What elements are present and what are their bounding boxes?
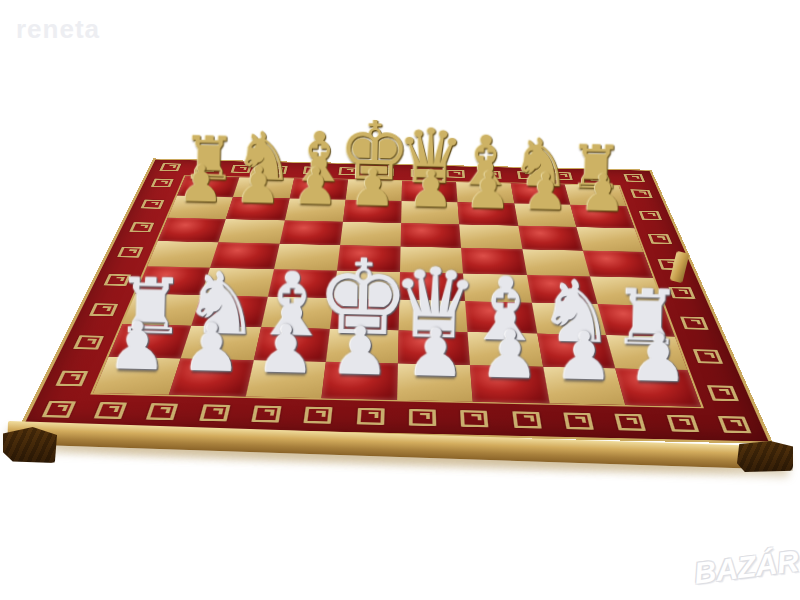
square[interactable]: ♟ — [514, 204, 576, 227]
square[interactable] — [158, 218, 226, 243]
square[interactable]: ♟ — [284, 199, 345, 222]
piece-silver-pawn[interactable]: ♟ — [107, 313, 168, 380]
square[interactable]: ♟ — [458, 202, 518, 225]
square[interactable]: ♟ — [93, 357, 181, 395]
square[interactable]: ♟ — [343, 200, 402, 223]
square[interactable]: ♟ — [168, 196, 233, 219]
square[interactable]: ♟ — [615, 368, 701, 407]
meander-motif — [41, 401, 76, 418]
meander-motif — [159, 163, 181, 171]
meander-motif — [304, 407, 333, 424]
meander-motif — [199, 404, 230, 421]
board-foot-right — [737, 441, 793, 472]
meander-motif — [693, 349, 723, 364]
piece-silver-pawn[interactable]: ♟ — [629, 325, 690, 392]
meander-motif — [117, 247, 143, 258]
square[interactable]: ♟ — [245, 360, 325, 398]
bazar-watermark: BAZÁR — [692, 543, 800, 590]
meander-motif — [718, 416, 752, 433]
meander-motif — [446, 170, 465, 178]
meander-motif — [615, 414, 647, 431]
square[interactable]: ♟ — [401, 201, 459, 224]
meander-motif — [129, 222, 154, 232]
piece-silver-pawn[interactable]: ♟ — [405, 320, 466, 387]
meander-motif — [512, 411, 541, 428]
meander-motif — [251, 405, 281, 422]
meander-motif — [146, 403, 178, 420]
square[interactable] — [219, 219, 285, 244]
square[interactable] — [518, 226, 583, 251]
square[interactable] — [576, 227, 643, 252]
board-foot-left — [3, 427, 57, 463]
meander-motif — [588, 173, 609, 181]
meander-motif — [482, 170, 502, 178]
square[interactable]: ♟ — [169, 358, 253, 396]
meander-motif — [639, 211, 663, 220]
meander-motif — [303, 166, 323, 174]
piece-silver-pawn[interactable]: ♟ — [331, 318, 392, 385]
square[interactable]: ♟ — [226, 197, 289, 220]
piece-silver-pawn[interactable]: ♟ — [480, 321, 541, 388]
meander-motif — [73, 335, 104, 349]
board-grid: ♜♞♝♚♛♝♞♜♟♟♟♟♟♟♟♟♜♞♝♚♛♝♞♜♟♟♟♟♟♟♟♟ — [93, 176, 701, 407]
meander-motif — [55, 371, 88, 387]
reneta-watermark: reneta — [16, 14, 100, 45]
square[interactable] — [459, 224, 522, 249]
meander-motif — [151, 179, 174, 188]
meander-motif — [623, 174, 645, 182]
square[interactable]: ♟ — [397, 363, 473, 401]
meander-motif — [630, 189, 653, 198]
meander-motif — [339, 167, 359, 175]
piece-silver-pawn[interactable]: ♟ — [554, 323, 615, 390]
meander-motif — [94, 402, 127, 419]
meander-motif — [195, 164, 217, 172]
meander-motif — [267, 166, 288, 174]
meander-motif — [563, 412, 594, 429]
meander-motif — [140, 200, 164, 209]
meander-motif — [666, 415, 699, 432]
square[interactable]: ♟ — [570, 205, 634, 228]
meander-motif — [648, 234, 673, 244]
chess-board: ♜♞♝♚♛♝♞♜♟♟♟♟♟♟♟♟♜♞♝♚♛♝♞♜♟♟♟♟♟♟♟♟ — [19, 158, 773, 444]
meander-motif — [409, 409, 436, 426]
board-scene: ♜♞♝♚♛♝♞♜♟♟♟♟♟♟♟♟♜♞♝♚♛♝♞♜♟♟♟♟♟♟♟♟ — [19, 158, 773, 444]
meander-motif — [375, 168, 394, 176]
meander-motif — [356, 408, 384, 425]
square[interactable]: ♟ — [470, 365, 549, 403]
meander-motif — [517, 171, 537, 179]
piece-silver-pawn[interactable]: ♟ — [181, 315, 242, 382]
meander-motif — [553, 172, 574, 180]
meander-motif — [411, 169, 430, 177]
square[interactable]: ♟ — [543, 367, 625, 405]
meander-motif — [461, 410, 489, 427]
square[interactable]: ♟ — [321, 362, 398, 400]
piece-silver-pawn[interactable]: ♟ — [256, 316, 317, 383]
meander-motif — [231, 165, 252, 173]
meander-motif — [707, 385, 739, 401]
